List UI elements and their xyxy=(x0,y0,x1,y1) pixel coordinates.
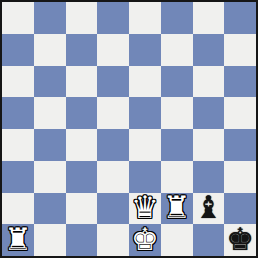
square-d5[interactable] xyxy=(97,97,129,129)
square-f4[interactable] xyxy=(161,129,193,161)
square-b3[interactable] xyxy=(34,161,66,193)
square-g3[interactable] xyxy=(193,161,225,193)
square-e8[interactable] xyxy=(129,2,161,34)
square-c3[interactable] xyxy=(66,161,98,193)
square-e6[interactable] xyxy=(129,66,161,98)
square-h7[interactable] xyxy=(224,34,256,66)
square-c6[interactable] xyxy=(66,66,98,98)
square-g7[interactable] xyxy=(193,34,225,66)
square-c8[interactable] xyxy=(66,2,98,34)
square-d8[interactable] xyxy=(97,2,129,34)
square-h5[interactable] xyxy=(224,97,256,129)
square-e5[interactable] xyxy=(129,97,161,129)
square-b8[interactable] xyxy=(34,2,66,34)
square-e4[interactable] xyxy=(129,129,161,161)
square-b4[interactable] xyxy=(34,129,66,161)
square-g1[interactable] xyxy=(193,224,225,256)
square-e1[interactable]: ♚ xyxy=(129,224,161,256)
piece-white-rook[interactable]: ♜ xyxy=(163,192,191,223)
square-g5[interactable] xyxy=(193,97,225,129)
square-b1[interactable] xyxy=(34,224,66,256)
square-c1[interactable] xyxy=(66,224,98,256)
square-a8[interactable] xyxy=(2,2,34,34)
square-a3[interactable] xyxy=(2,161,34,193)
square-b2[interactable] xyxy=(34,193,66,225)
square-f1[interactable] xyxy=(161,224,193,256)
square-d4[interactable] xyxy=(97,129,129,161)
square-e2[interactable]: ♛ xyxy=(129,193,161,225)
square-a6[interactable] xyxy=(2,66,34,98)
square-b5[interactable] xyxy=(34,97,66,129)
square-h6[interactable] xyxy=(224,66,256,98)
square-d6[interactable] xyxy=(97,66,129,98)
square-a7[interactable] xyxy=(2,34,34,66)
square-a1[interactable]: ♜ xyxy=(2,224,34,256)
square-a5[interactable] xyxy=(2,97,34,129)
square-g4[interactable] xyxy=(193,129,225,161)
square-g6[interactable] xyxy=(193,66,225,98)
piece-black-bishop[interactable]: ♝ xyxy=(194,192,222,223)
square-c5[interactable] xyxy=(66,97,98,129)
square-f5[interactable] xyxy=(161,97,193,129)
square-h2[interactable] xyxy=(224,193,256,225)
piece-black-king[interactable]: ♚ xyxy=(226,224,254,255)
square-g2[interactable]: ♝ xyxy=(193,193,225,225)
square-h4[interactable] xyxy=(224,129,256,161)
square-h8[interactable] xyxy=(224,2,256,34)
square-h1[interactable]: ♚ xyxy=(224,224,256,256)
square-b7[interactable] xyxy=(34,34,66,66)
square-f2[interactable]: ♜ xyxy=(161,193,193,225)
square-e7[interactable] xyxy=(129,34,161,66)
square-f8[interactable] xyxy=(161,2,193,34)
square-b6[interactable] xyxy=(34,66,66,98)
square-d7[interactable] xyxy=(97,34,129,66)
chess-board: ♛♜♝♜♚♚ xyxy=(0,0,258,258)
square-f7[interactable] xyxy=(161,34,193,66)
square-h3[interactable] xyxy=(224,161,256,193)
square-f3[interactable] xyxy=(161,161,193,193)
square-e3[interactable] xyxy=(129,161,161,193)
piece-white-king[interactable]: ♚ xyxy=(131,224,159,255)
square-a4[interactable] xyxy=(2,129,34,161)
piece-white-rook[interactable]: ♜ xyxy=(4,224,32,255)
square-g8[interactable] xyxy=(193,2,225,34)
square-a2[interactable] xyxy=(2,193,34,225)
piece-white-queen[interactable]: ♛ xyxy=(131,192,159,223)
square-c4[interactable] xyxy=(66,129,98,161)
square-d2[interactable] xyxy=(97,193,129,225)
square-c7[interactable] xyxy=(66,34,98,66)
square-c2[interactable] xyxy=(66,193,98,225)
square-d1[interactable] xyxy=(97,224,129,256)
square-d3[interactable] xyxy=(97,161,129,193)
square-f6[interactable] xyxy=(161,66,193,98)
